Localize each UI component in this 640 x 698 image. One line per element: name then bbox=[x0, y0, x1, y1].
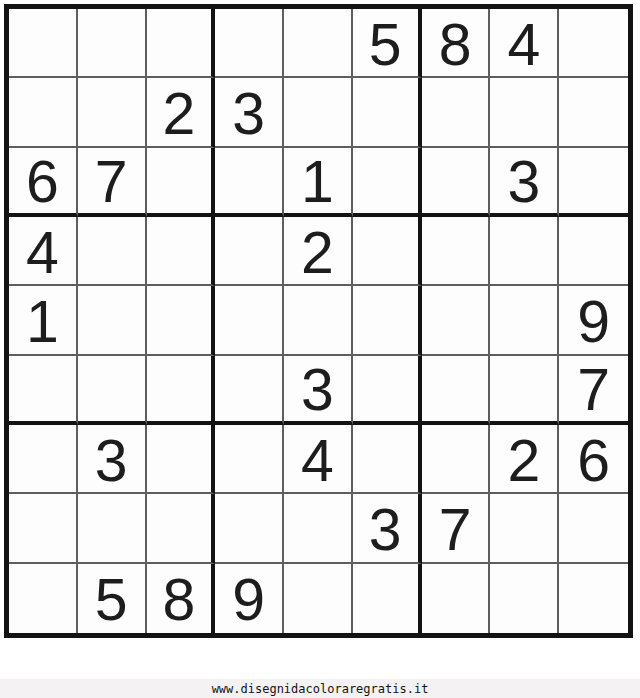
cell-r7c7[interactable] bbox=[422, 425, 491, 494]
cell-r4c1[interactable]: 4 bbox=[9, 217, 78, 286]
cell-r9c5[interactable] bbox=[284, 564, 353, 633]
cell-r5c4[interactable] bbox=[215, 286, 284, 355]
cell-r9c4[interactable]: 9 bbox=[215, 564, 284, 633]
cell-r1c3[interactable] bbox=[147, 9, 216, 78]
cell-r3c2[interactable]: 7 bbox=[78, 148, 147, 217]
cell-r6c2[interactable] bbox=[78, 356, 147, 425]
cell-r9c3[interactable]: 8 bbox=[147, 564, 216, 633]
cell-r9c1[interactable] bbox=[9, 564, 78, 633]
cell-r4c2[interactable] bbox=[78, 217, 147, 286]
cell-r8c5[interactable] bbox=[284, 494, 353, 563]
sudoku-board: 584236713421937342637589 bbox=[4, 4, 633, 638]
cell-r6c3[interactable] bbox=[147, 356, 216, 425]
cell-r7c4[interactable] bbox=[215, 425, 284, 494]
cell-r6c9[interactable]: 7 bbox=[559, 356, 628, 425]
cell-r9c8[interactable] bbox=[490, 564, 559, 633]
cell-r4c8[interactable] bbox=[490, 217, 559, 286]
cell-r6c4[interactable] bbox=[215, 356, 284, 425]
cell-r7c9[interactable]: 6 bbox=[559, 425, 628, 494]
cell-r6c1[interactable] bbox=[9, 356, 78, 425]
cell-r6c6[interactable] bbox=[353, 356, 422, 425]
cell-r1c7[interactable]: 8 bbox=[422, 9, 491, 78]
cell-r4c4[interactable] bbox=[215, 217, 284, 286]
cell-r1c4[interactable] bbox=[215, 9, 284, 78]
cell-r1c2[interactable] bbox=[78, 9, 147, 78]
watermark-text: www.disegnidacoloraregratis.it bbox=[212, 682, 429, 696]
cell-r3c8[interactable]: 3 bbox=[490, 148, 559, 217]
cell-r8c9[interactable] bbox=[559, 494, 628, 563]
cell-r5c2[interactable] bbox=[78, 286, 147, 355]
cell-r2c3[interactable]: 2 bbox=[147, 78, 216, 147]
cell-r3c1[interactable]: 6 bbox=[9, 148, 78, 217]
cell-r5c7[interactable] bbox=[422, 286, 491, 355]
cell-r5c9[interactable]: 9 bbox=[559, 286, 628, 355]
cell-r2c2[interactable] bbox=[78, 78, 147, 147]
cell-r7c2[interactable]: 3 bbox=[78, 425, 147, 494]
cell-r3c3[interactable] bbox=[147, 148, 216, 217]
cell-r9c9[interactable] bbox=[559, 564, 628, 633]
cell-r1c9[interactable] bbox=[559, 9, 628, 78]
cell-r8c4[interactable] bbox=[215, 494, 284, 563]
cell-r4c9[interactable] bbox=[559, 217, 628, 286]
cell-r9c2[interactable]: 5 bbox=[78, 564, 147, 633]
cell-r3c7[interactable] bbox=[422, 148, 491, 217]
cell-r8c6[interactable]: 3 bbox=[353, 494, 422, 563]
cell-r8c8[interactable] bbox=[490, 494, 559, 563]
cell-r5c8[interactable] bbox=[490, 286, 559, 355]
cell-r3c5[interactable]: 1 bbox=[284, 148, 353, 217]
cell-r7c1[interactable] bbox=[9, 425, 78, 494]
cell-r2c6[interactable] bbox=[353, 78, 422, 147]
cell-r8c1[interactable] bbox=[9, 494, 78, 563]
cell-r4c5[interactable]: 2 bbox=[284, 217, 353, 286]
cell-r5c3[interactable] bbox=[147, 286, 216, 355]
cell-r6c8[interactable] bbox=[490, 356, 559, 425]
cell-r4c6[interactable] bbox=[353, 217, 422, 286]
cell-r2c4[interactable]: 3 bbox=[215, 78, 284, 147]
cell-r2c1[interactable] bbox=[9, 78, 78, 147]
cell-r1c6[interactable]: 5 bbox=[353, 9, 422, 78]
cell-r2c9[interactable] bbox=[559, 78, 628, 147]
cell-r2c8[interactable] bbox=[490, 78, 559, 147]
cell-r3c9[interactable] bbox=[559, 148, 628, 217]
cell-r1c1[interactable] bbox=[9, 9, 78, 78]
cell-r8c7[interactable]: 7 bbox=[422, 494, 491, 563]
cell-r3c4[interactable] bbox=[215, 148, 284, 217]
cell-r4c3[interactable] bbox=[147, 217, 216, 286]
cell-r7c6[interactable] bbox=[353, 425, 422, 494]
cell-r2c5[interactable] bbox=[284, 78, 353, 147]
cell-r8c2[interactable] bbox=[78, 494, 147, 563]
cell-r5c1[interactable]: 1 bbox=[9, 286, 78, 355]
watermark-band: www.disegnidacoloraregratis.it bbox=[0, 679, 640, 698]
cell-r6c7[interactable] bbox=[422, 356, 491, 425]
cell-r7c8[interactable]: 2 bbox=[490, 425, 559, 494]
cell-r3c6[interactable] bbox=[353, 148, 422, 217]
cell-r6c5[interactable]: 3 bbox=[284, 356, 353, 425]
cell-r9c6[interactable] bbox=[353, 564, 422, 633]
cell-r8c3[interactable] bbox=[147, 494, 216, 563]
cell-r7c3[interactable] bbox=[147, 425, 216, 494]
cell-r4c7[interactable] bbox=[422, 217, 491, 286]
cell-r7c5[interactable]: 4 bbox=[284, 425, 353, 494]
cell-r9c7[interactable] bbox=[422, 564, 491, 633]
cell-r1c8[interactable]: 4 bbox=[490, 9, 559, 78]
cell-r1c5[interactable] bbox=[284, 9, 353, 78]
cell-r2c7[interactable] bbox=[422, 78, 491, 147]
cell-r5c6[interactable] bbox=[353, 286, 422, 355]
cell-r5c5[interactable] bbox=[284, 286, 353, 355]
